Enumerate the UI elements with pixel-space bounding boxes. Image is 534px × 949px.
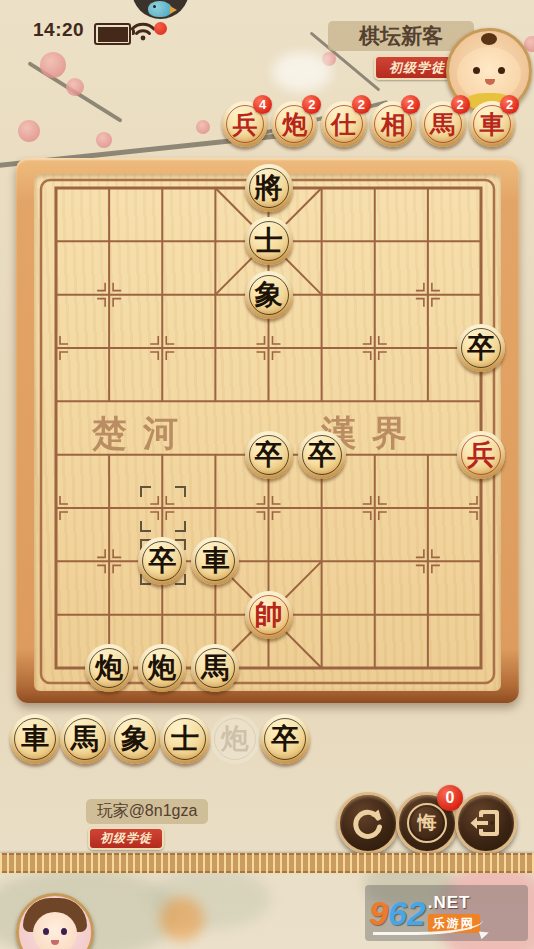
blossom-art <box>18 120 40 142</box>
tray-red-piece[interactable]: 炮2 <box>271 101 317 147</box>
avatar-eye <box>473 67 480 74</box>
last-move-mark <box>140 486 151 497</box>
wifi-icon <box>130 21 156 41</box>
board-piece-black[interactable]: 象 <box>245 271 293 319</box>
bird-icon <box>148 1 172 17</box>
lotus-art <box>160 897 204 941</box>
tray-count-badge: 2 <box>352 95 371 114</box>
piece-char: 卒 <box>467 334 495 362</box>
piece-char: 車 <box>21 725 49 753</box>
piece-char: 象 <box>255 281 283 309</box>
board-piece-black[interactable]: 卒 <box>457 324 505 372</box>
piece-char: 馬 <box>71 725 99 753</box>
piece-char: 馬 <box>430 112 455 137</box>
tray-red-piece[interactable]: 車2 <box>469 101 515 147</box>
tray-red-piece[interactable]: 相2 <box>370 101 416 147</box>
crane-art <box>272 52 332 92</box>
piece-char: 炮 <box>95 654 123 682</box>
restart-button[interactable] <box>337 792 399 854</box>
opponent-rank: 初级学徒 <box>389 59 445 77</box>
piece-char: 車 <box>480 112 505 137</box>
player-name: 玩家@8n1gza <box>97 801 198 822</box>
piece-char: 卒 <box>255 441 283 469</box>
restart-icon <box>351 806 385 840</box>
tray-count-badge: 2 <box>302 95 321 114</box>
game-screen: 14:20 棋坛新客 初级学徒 兵4炮2仕2相2馬2車2 楚河 漢界 將士象卒卒… <box>0 0 534 949</box>
tray-black-piece[interactable]: 卒 <box>260 714 310 764</box>
piece-char: 卒 <box>148 547 176 575</box>
player-nameplate: 玩家@8n1gza <box>86 799 208 824</box>
piece-char: 馬 <box>201 654 229 682</box>
avatar-hair <box>481 33 497 45</box>
tray-black-piece[interactable]: 馬 <box>60 714 110 764</box>
meander-border <box>0 853 534 873</box>
piece-char: 將 <box>255 174 283 202</box>
tray-count-badge: 2 <box>500 95 519 114</box>
piece-char: 士 <box>255 227 283 255</box>
blossom-art <box>66 78 84 96</box>
tray-black-piece[interactable]: 象 <box>110 714 160 764</box>
floating-app-circle[interactable] <box>132 0 189 19</box>
blossom-art <box>96 132 112 148</box>
tray-count-badge: 4 <box>253 95 272 114</box>
tray-red-piece[interactable]: 仕2 <box>321 101 367 147</box>
watermark-tld: .NET <box>428 893 471 913</box>
board-piece-black[interactable]: 炮 <box>85 644 133 692</box>
notification-dot <box>154 22 167 35</box>
undo-label: 悔 <box>418 810 437 836</box>
exit-door-icon <box>470 808 502 838</box>
opponent-name: 棋坛新客 <box>359 22 443 50</box>
piece-char: 兵 <box>233 112 258 137</box>
tray-black-piece[interactable]: 士 <box>160 714 210 764</box>
board-piece-black[interactable]: 卒 <box>245 431 293 479</box>
avatar-eye <box>61 928 67 935</box>
tray-red-piece[interactable]: 馬2 <box>420 101 466 147</box>
piece-char: 卒 <box>308 441 336 469</box>
river-label-left: 楚河 <box>92 410 194 457</box>
tray-count-badge: 2 <box>401 95 420 114</box>
clock-time: 14:20 <box>33 19 84 41</box>
undo-button[interactable]: 悔 0 <box>396 792 458 854</box>
tray-red-piece[interactable]: 兵4 <box>222 101 268 147</box>
undo-piece-icon: 悔 <box>407 803 447 843</box>
piece-char: 炮 <box>282 112 307 137</box>
battery-icon <box>94 23 131 45</box>
board-piece-black[interactable]: 士 <box>245 217 293 265</box>
piece-char: 卒 <box>271 725 299 753</box>
avatar-eye <box>43 928 49 935</box>
piece-char: 相 <box>381 112 406 137</box>
last-move-mark <box>175 486 186 497</box>
piece-char: 象 <box>121 725 149 753</box>
board-piece-black[interactable]: 將 <box>245 164 293 212</box>
board-piece-red[interactable]: 帥 <box>245 591 293 639</box>
piece-char: 仕 <box>331 112 356 137</box>
last-move-mark <box>140 521 151 532</box>
watermark: 9 62 .NET 乐游网 <box>365 885 528 941</box>
player-rank: 初级学徒 <box>100 830 152 847</box>
piece-char: 炮 <box>221 725 249 753</box>
blossom-art <box>40 52 66 78</box>
blossom-art <box>196 120 210 134</box>
board-piece-black[interactable]: 卒 <box>298 431 346 479</box>
tray-black-piece[interactable]: 車 <box>10 714 60 764</box>
last-move-mark <box>175 521 186 532</box>
tray-black-piece[interactable]: 炮 <box>210 714 260 764</box>
avatar-eye <box>498 67 505 74</box>
player-rank-badge: 初级学徒 <box>88 827 164 850</box>
tray-count-badge: 2 <box>451 95 470 114</box>
piece-char: 帥 <box>255 601 283 629</box>
piece-char: 炮 <box>148 654 176 682</box>
board-piece-red[interactable]: 兵 <box>457 431 505 479</box>
piece-char: 車 <box>201 547 229 575</box>
exit-button[interactable] <box>455 792 517 854</box>
board-piece-black[interactable]: 炮 <box>138 644 186 692</box>
piece-char: 士 <box>171 725 199 753</box>
piece-char: 兵 <box>467 441 495 469</box>
